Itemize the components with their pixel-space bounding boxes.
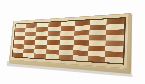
square-f1 (72, 55, 88, 61)
square-g1 (88, 56, 105, 62)
board-grid (12, 17, 126, 64)
square-e1 (58, 55, 72, 61)
chessboard-product-photo (0, 0, 145, 84)
square-d1 (46, 54, 59, 59)
square-b1 (23, 53, 34, 58)
square-h1 (104, 57, 123, 64)
square-c1 (34, 53, 46, 58)
square-a1 (13, 52, 24, 57)
board-frame (9, 13, 131, 69)
chessboard (9, 13, 131, 69)
